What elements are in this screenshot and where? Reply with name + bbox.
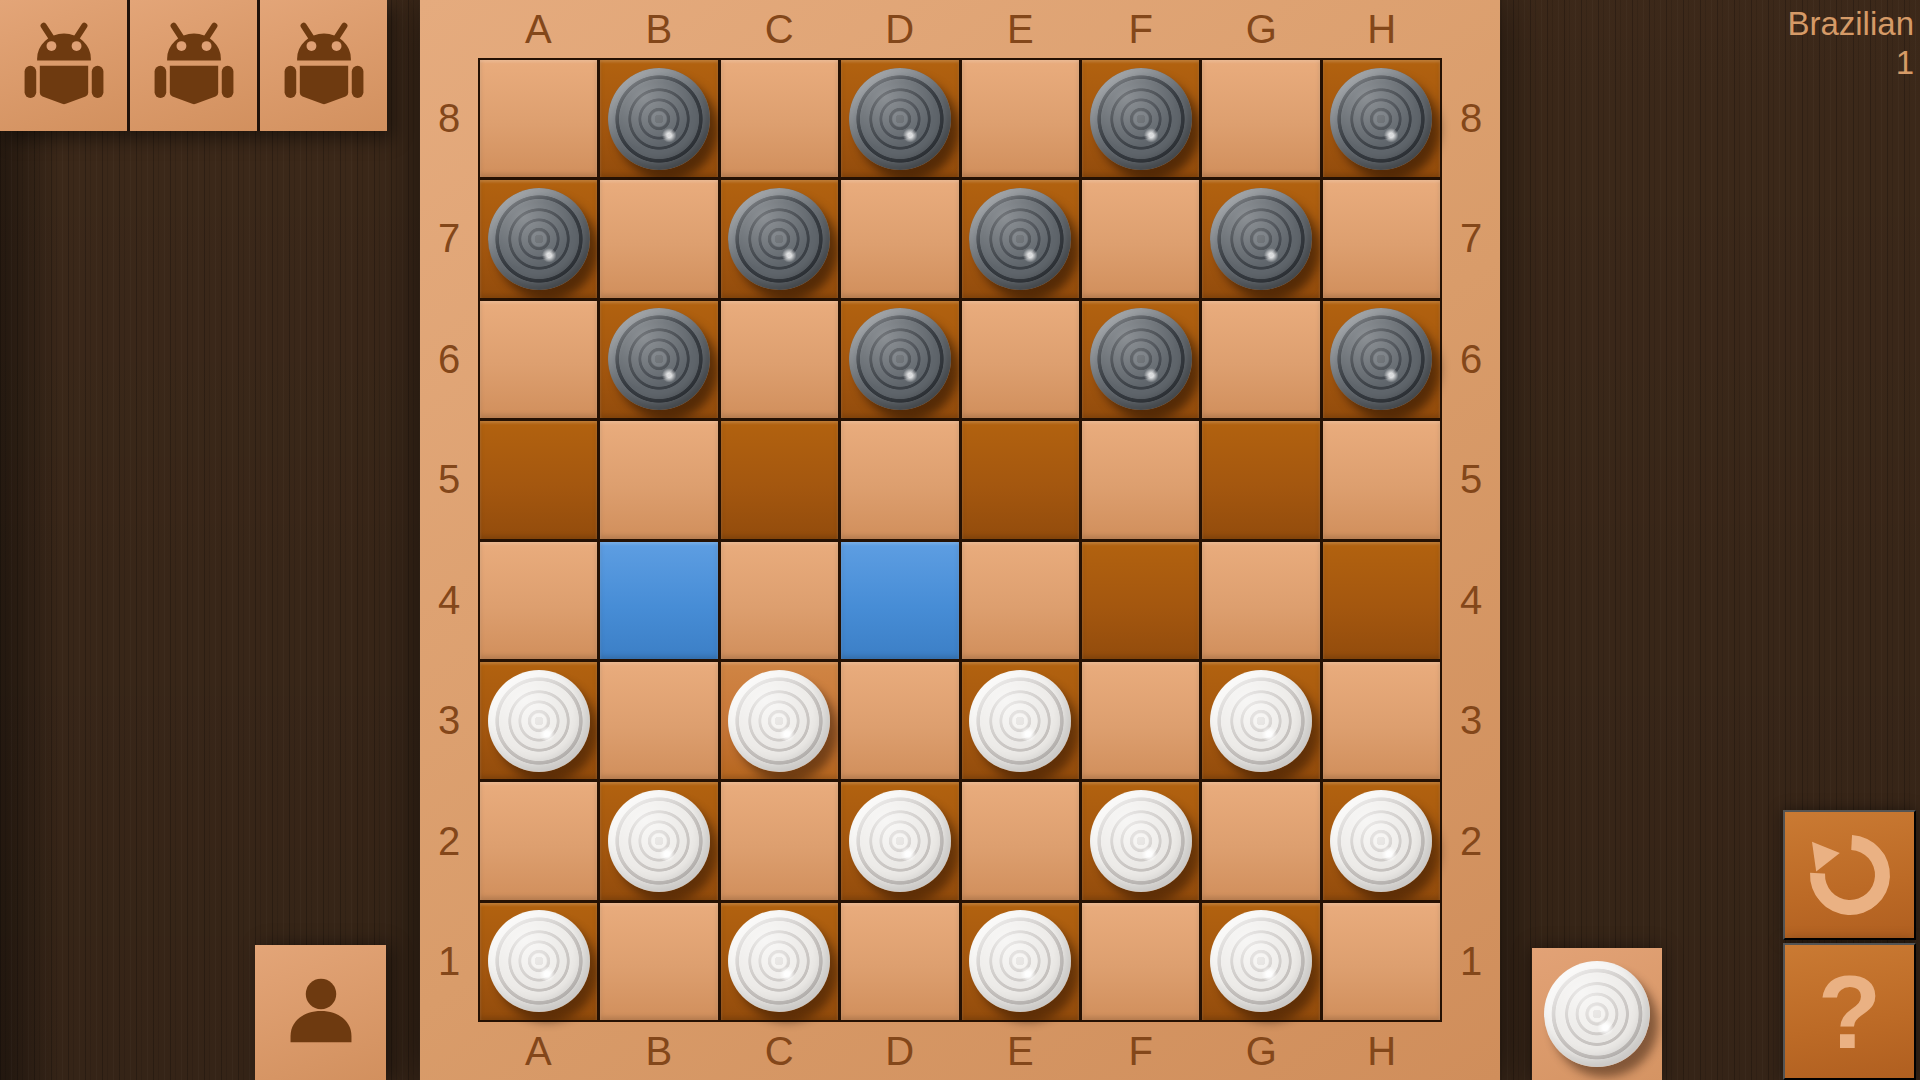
file-label-bottom-F: F (1081, 1022, 1202, 1080)
rank-label-right-2: 2 (1442, 781, 1500, 902)
square-B7[interactable] (600, 180, 717, 297)
black-man-C7[interactable] (728, 188, 830, 290)
white-man-B2[interactable] (608, 790, 710, 892)
difficulty-button-3[interactable] (260, 0, 387, 131)
board-grid (478, 58, 1442, 1022)
square-B2[interactable] (600, 782, 717, 899)
white-man-D2[interactable] (849, 790, 951, 892)
game-info: Brazilian 1 (1787, 4, 1914, 82)
robot-icon (151, 19, 237, 112)
rank-label-left-3: 3 (420, 661, 478, 782)
square-C3[interactable] (721, 662, 838, 779)
rank-label-left-5: 5 (420, 420, 478, 541)
rank-labels-left: 87654321 (420, 58, 478, 1022)
rank-label-left-1: 1 (420, 902, 478, 1023)
square-F5[interactable] (1082, 421, 1199, 538)
square-D1[interactable] (841, 903, 958, 1020)
square-A1[interactable] (480, 903, 597, 1020)
square-C4[interactable] (721, 542, 838, 659)
square-H7[interactable] (1323, 180, 1440, 297)
square-C7[interactable] (721, 180, 838, 297)
file-label-bottom-E: E (960, 1022, 1081, 1080)
square-C6[interactable] (721, 301, 838, 418)
rank-label-left-7: 7 (420, 179, 478, 300)
file-label-top-G: G (1201, 0, 1322, 58)
rank-label-right-1: 1 (1442, 902, 1500, 1023)
square-A3[interactable] (480, 662, 597, 779)
rank-label-left-2: 2 (420, 781, 478, 902)
file-label-bottom-H: H (1322, 1022, 1443, 1080)
black-man-H8[interactable] (1330, 68, 1432, 170)
rank-labels-right: 87654321 (1442, 58, 1500, 1022)
rank-label-right-6: 6 (1442, 299, 1500, 420)
file-label-bottom-D: D (840, 1022, 961, 1080)
file-label-top-C: C (719, 0, 840, 58)
square-F8[interactable] (1082, 60, 1199, 177)
rank-label-right-8: 8 (1442, 58, 1500, 179)
file-label-bottom-C: C (719, 1022, 840, 1080)
square-D7[interactable] (841, 180, 958, 297)
square-G1[interactable] (1202, 903, 1319, 1020)
file-label-bottom-B: B (599, 1022, 720, 1080)
square-E3[interactable] (962, 662, 1079, 779)
robot-icon (281, 19, 367, 112)
difficulty-button-2[interactable] (130, 0, 257, 131)
white-man-H2[interactable] (1330, 790, 1432, 892)
square-A5[interactable] (480, 421, 597, 538)
turn-indicator-white-piece (1544, 961, 1650, 1067)
white-man-A3[interactable] (488, 670, 590, 772)
white-man-F2[interactable] (1090, 790, 1192, 892)
black-man-D6[interactable] (849, 308, 951, 410)
square-G2[interactable] (1202, 782, 1319, 899)
square-F6[interactable] (1082, 301, 1199, 418)
file-label-bottom-A: A (478, 1022, 599, 1080)
black-man-F8[interactable] (1090, 68, 1192, 170)
square-G7[interactable] (1202, 180, 1319, 297)
square-G5[interactable] (1202, 421, 1319, 538)
white-man-A1[interactable] (488, 910, 590, 1012)
file-label-top-E: E (960, 0, 1081, 58)
square-F4[interactable] (1082, 542, 1199, 659)
rank-label-right-7: 7 (1442, 179, 1500, 300)
file-label-top-B: B (599, 0, 720, 58)
square-G8[interactable] (1202, 60, 1319, 177)
black-man-H6[interactable] (1330, 308, 1432, 410)
square-A7[interactable] (480, 180, 597, 297)
square-B5[interactable] (600, 421, 717, 538)
file-label-top-H: H (1322, 0, 1443, 58)
rank-label-right-3: 3 (1442, 661, 1500, 782)
square-D6[interactable] (841, 301, 958, 418)
black-man-F6[interactable] (1090, 308, 1192, 410)
square-H5[interactable] (1323, 421, 1440, 538)
file-label-top-A: A (478, 0, 599, 58)
square-G4[interactable] (1202, 542, 1319, 659)
square-F7[interactable] (1082, 180, 1199, 297)
square-C5[interactable] (721, 421, 838, 538)
square-B1[interactable] (600, 903, 717, 1020)
black-man-B8[interactable] (608, 68, 710, 170)
square-H6[interactable] (1323, 301, 1440, 418)
square-D2[interactable] (841, 782, 958, 899)
square-D3[interactable] (841, 662, 958, 779)
black-man-B6[interactable] (608, 308, 710, 410)
help-button-label: ? (1818, 960, 1882, 1064)
square-B4[interactable] (600, 542, 717, 659)
file-label-top-F: F (1081, 0, 1202, 58)
square-F1[interactable] (1082, 903, 1199, 1020)
person-icon (278, 968, 364, 1057)
square-C1[interactable] (721, 903, 838, 1020)
file-labels-bottom: ABCDEFGH (478, 1022, 1442, 1080)
turn-indicator (1532, 948, 1662, 1080)
player-button[interactable] (255, 945, 386, 1080)
file-label-bottom-G: G (1201, 1022, 1322, 1080)
square-H3[interactable] (1323, 662, 1440, 779)
square-B6[interactable] (600, 301, 717, 418)
rank-label-left-8: 8 (420, 58, 478, 179)
white-man-E3[interactable] (969, 670, 1071, 772)
square-A6[interactable] (480, 301, 597, 418)
rank-label-left-6: 6 (420, 299, 478, 420)
square-E6[interactable] (962, 301, 1079, 418)
square-H2[interactable] (1323, 782, 1440, 899)
app: { "game": "checkers", "variant": "Brazil… (0, 0, 1920, 1080)
file-label-top-D: D (840, 0, 961, 58)
rank-label-right-4: 4 (1442, 540, 1500, 661)
square-E2[interactable] (962, 782, 1079, 899)
board-frame: ABCDEFGH ABCDEFGH 87654321 87654321 (420, 0, 1500, 1080)
difficulty-button-bar (0, 0, 387, 131)
white-man-C1[interactable] (728, 910, 830, 1012)
square-E5[interactable] (962, 421, 1079, 538)
robot-icon (21, 19, 107, 112)
undo-button[interactable] (1783, 810, 1916, 940)
help-button[interactable]: ? (1783, 943, 1916, 1080)
square-H8[interactable] (1323, 60, 1440, 177)
square-G3[interactable] (1202, 662, 1319, 779)
square-E4[interactable] (962, 542, 1079, 659)
rank-label-left-4: 4 (420, 540, 478, 661)
rank-label-right-5: 5 (1442, 420, 1500, 541)
square-B3[interactable] (600, 662, 717, 779)
level-label: 1 (1787, 43, 1914, 82)
black-man-G7[interactable] (1210, 188, 1312, 290)
black-man-A7[interactable] (488, 188, 590, 290)
white-man-E1[interactable] (969, 910, 1071, 1012)
square-F3[interactable] (1082, 662, 1199, 779)
square-C8[interactable] (721, 60, 838, 177)
difficulty-button-1[interactable] (0, 0, 127, 131)
white-man-G3[interactable] (1210, 670, 1312, 772)
white-man-C3[interactable] (728, 670, 830, 772)
square-H4[interactable] (1323, 542, 1440, 659)
square-E7[interactable] (962, 180, 1079, 297)
black-man-D8[interactable] (849, 68, 951, 170)
square-G6[interactable] (1202, 301, 1319, 418)
square-A2[interactable] (480, 782, 597, 899)
square-D4[interactable] (841, 542, 958, 659)
square-D8[interactable] (841, 60, 958, 177)
white-man-G1[interactable] (1210, 910, 1312, 1012)
square-A4[interactable] (480, 542, 597, 659)
black-man-E7[interactable] (969, 188, 1071, 290)
file-labels-top: ABCDEFGH (478, 0, 1442, 58)
square-F2[interactable] (1082, 782, 1199, 899)
undo-icon (1810, 835, 1890, 915)
square-E1[interactable] (962, 903, 1079, 1020)
square-D5[interactable] (841, 421, 958, 538)
variant-label: Brazilian (1787, 4, 1914, 43)
square-H1[interactable] (1323, 903, 1440, 1020)
square-E8[interactable] (962, 60, 1079, 177)
square-C2[interactable] (721, 782, 838, 899)
square-B8[interactable] (600, 60, 717, 177)
square-A8[interactable] (480, 60, 597, 177)
